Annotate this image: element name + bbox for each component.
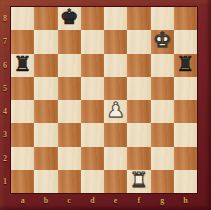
file-label-g: g	[151, 193, 174, 208]
square-f6[interactable]	[127, 54, 150, 77]
square-h1[interactable]	[174, 170, 197, 193]
square-e4[interactable]: ♟	[104, 100, 127, 123]
file-label-e: e	[104, 193, 127, 208]
square-h7[interactable]	[174, 30, 197, 53]
square-d1[interactable]	[81, 170, 104, 193]
square-d8[interactable]	[81, 7, 104, 30]
square-c4[interactable]	[58, 100, 81, 123]
square-e5[interactable]	[104, 77, 127, 100]
rank-label-1: 1	[0, 170, 10, 193]
rank-label-8: 8	[0, 7, 10, 30]
square-b2[interactable]	[34, 147, 57, 170]
file-label-c: c	[58, 193, 81, 208]
square-h3[interactable]	[174, 123, 197, 146]
square-b6[interactable]	[34, 54, 57, 77]
piece-black-rook[interactable]: ♜	[13, 54, 32, 75]
chessboard[interactable]: ♚♚♜♜♟♜	[10, 6, 198, 194]
file-label-h: h	[174, 193, 197, 208]
square-b7[interactable]	[34, 30, 57, 53]
square-a6[interactable]: ♜	[11, 54, 34, 77]
square-f2[interactable]	[127, 147, 150, 170]
square-c3[interactable]	[58, 123, 81, 146]
square-h8[interactable]	[174, 7, 197, 30]
square-d7[interactable]	[81, 30, 104, 53]
square-g6[interactable]	[151, 54, 174, 77]
square-c1[interactable]	[58, 170, 81, 193]
piece-black-rook[interactable]: ♜	[176, 54, 195, 75]
square-d3[interactable]	[81, 123, 104, 146]
square-f3[interactable]	[127, 123, 150, 146]
square-c8[interactable]: ♚	[58, 7, 81, 30]
square-g1[interactable]	[151, 170, 174, 193]
square-c5[interactable]	[58, 77, 81, 100]
square-g7[interactable]: ♚	[151, 30, 174, 53]
rank-label-4: 4	[0, 100, 10, 123]
file-label-f: f	[127, 193, 150, 208]
square-b5[interactable]	[34, 77, 57, 100]
file-label-b: b	[34, 193, 57, 208]
square-e1[interactable]	[104, 170, 127, 193]
piece-white-pawn[interactable]: ♟	[106, 100, 125, 121]
square-f7[interactable]	[127, 30, 150, 53]
rank-label-3: 3	[0, 123, 10, 146]
file-label-a: a	[11, 193, 34, 208]
square-a1[interactable]	[11, 170, 34, 193]
square-f4[interactable]	[127, 100, 150, 123]
square-a7[interactable]	[11, 30, 34, 53]
square-g8[interactable]	[151, 7, 174, 30]
square-g4[interactable]	[151, 100, 174, 123]
square-h2[interactable]	[174, 147, 197, 170]
square-c6[interactable]	[58, 54, 81, 77]
square-g2[interactable]	[151, 147, 174, 170]
square-b4[interactable]	[34, 100, 57, 123]
square-b8[interactable]	[34, 7, 57, 30]
square-f5[interactable]	[127, 77, 150, 100]
chessboard-frame: 87654321 ♚♚♜♜♟♜ abcdefgh	[0, 0, 211, 210]
rank-label-2: 2	[0, 147, 10, 170]
square-d4[interactable]	[81, 100, 104, 123]
square-d6[interactable]	[81, 54, 104, 77]
square-b3[interactable]	[34, 123, 57, 146]
square-b1[interactable]	[34, 170, 57, 193]
piece-white-rook[interactable]: ♜	[129, 170, 148, 191]
square-a5[interactable]	[11, 77, 34, 100]
square-f8[interactable]	[127, 7, 150, 30]
square-a8[interactable]	[11, 7, 34, 30]
square-c7[interactable]	[58, 30, 81, 53]
square-d5[interactable]	[81, 77, 104, 100]
square-d2[interactable]	[81, 147, 104, 170]
square-g3[interactable]	[151, 123, 174, 146]
square-h6[interactable]: ♜	[174, 54, 197, 77]
file-label-d: d	[81, 193, 104, 208]
piece-black-king[interactable]: ♚	[60, 7, 79, 28]
square-h5[interactable]	[174, 77, 197, 100]
square-a2[interactable]	[11, 147, 34, 170]
square-e6[interactable]	[104, 54, 127, 77]
file-labels: abcdefgh	[11, 193, 197, 208]
piece-white-king[interactable]: ♚	[153, 30, 172, 51]
rank-label-5: 5	[0, 77, 10, 100]
square-g5[interactable]	[151, 77, 174, 100]
square-e2[interactable]	[104, 147, 127, 170]
rank-labels: 87654321	[0, 7, 10, 193]
rank-label-6: 6	[0, 54, 10, 77]
square-a3[interactable]	[11, 123, 34, 146]
rank-label-7: 7	[0, 30, 10, 53]
square-e3[interactable]	[104, 123, 127, 146]
square-h4[interactable]	[174, 100, 197, 123]
square-c2[interactable]	[58, 147, 81, 170]
square-f1[interactable]: ♜	[127, 170, 150, 193]
square-e7[interactable]	[104, 30, 127, 53]
square-e8[interactable]	[104, 7, 127, 30]
square-a4[interactable]	[11, 100, 34, 123]
